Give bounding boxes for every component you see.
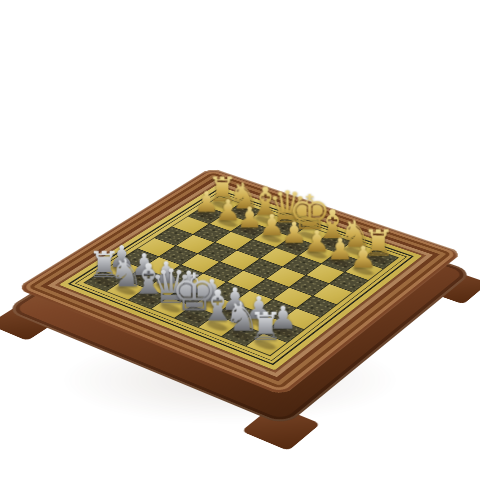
piece-gold-pawn: ♟ [334, 243, 394, 273]
board-foot [0, 302, 62, 341]
product-photo-scene: ♜♞♝♛♚♝♞♜♟♟♟♟♟♟♟♟♟♟♟♟♟♟♟♟♜♞♝♛♚♝♞♜ [0, 0, 480, 480]
board-grid: ♜♞♝♛♚♝♞♜♟♟♟♟♟♟♟♟♟♟♟♟♟♟♟♟♜♞♝♛♚♝♞♜ [83, 196, 399, 357]
piece-silver-rook: ♜ [234, 308, 298, 346]
